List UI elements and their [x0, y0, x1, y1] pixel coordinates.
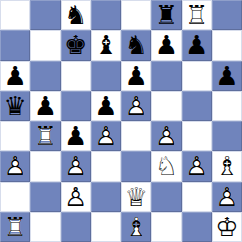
square-c6[interactable]: [61, 61, 91, 91]
square-b2[interactable]: [30, 182, 60, 212]
piece-white-pawn: ♟♙: [64, 184, 87, 210]
square-g8[interactable]: ♜♖: [182, 0, 212, 30]
square-a2[interactable]: [0, 182, 30, 212]
square-c5[interactable]: [61, 91, 91, 121]
chessboard-screenshot: ♞♜♜♖♚♝♞♟♟♟♟♟♛♟♟♟♙♜♖♟♟♙♟♙♟♙♟♙♞♘♟♙♝♗♟♙♛♕♟♙…: [0, 0, 242, 242]
square-a6[interactable]: ♟: [0, 61, 30, 91]
square-b8[interactable]: [30, 0, 60, 30]
square-h4[interactable]: [212, 121, 242, 151]
piece-white-pawn: ♟♙: [64, 153, 87, 179]
square-f3[interactable]: ♞♘: [151, 151, 181, 181]
square-h6[interactable]: ♟: [212, 61, 242, 91]
square-c2[interactable]: ♟♙: [61, 182, 91, 212]
chess-board: ♞♜♜♖♚♝♞♟♟♟♟♟♛♟♟♟♙♜♖♟♟♙♟♙♟♙♟♙♞♘♟♙♝♗♟♙♛♕♟♙…: [0, 0, 242, 242]
piece-white-pawn: ♟♙: [215, 184, 238, 210]
piece-white-rook: ♜♖: [34, 123, 57, 149]
piece-white-pawn: ♟♙: [185, 153, 208, 179]
square-a1[interactable]: ♜♖: [0, 212, 30, 242]
piece-white-rook: ♜♖: [3, 214, 26, 240]
square-a7[interactable]: [0, 30, 30, 60]
square-h7[interactable]: [212, 30, 242, 60]
square-c1[interactable]: [61, 212, 91, 242]
square-e6[interactable]: ♟: [121, 61, 151, 91]
piece-black-pawn: ♟: [155, 32, 178, 58]
square-d1[interactable]: [91, 212, 121, 242]
square-a5[interactable]: ♛: [0, 91, 30, 121]
piece-black-pawn: ♟: [3, 63, 26, 89]
square-g6[interactable]: [182, 61, 212, 91]
piece-white-pawn: ♟♙: [124, 93, 147, 119]
square-e8[interactable]: [121, 0, 151, 30]
piece-black-pawn: ♟: [215, 63, 238, 89]
square-f8[interactable]: ♜: [151, 0, 181, 30]
square-f7[interactable]: ♟: [151, 30, 181, 60]
square-e3[interactable]: [121, 151, 151, 181]
square-g3[interactable]: ♟♙: [182, 151, 212, 181]
piece-white-knight: ♞♘: [155, 153, 178, 179]
piece-black-pawn: ♟: [124, 63, 147, 89]
square-a8[interactable]: [0, 0, 30, 30]
square-d2[interactable]: [91, 182, 121, 212]
piece-white-pawn: ♟♙: [155, 123, 178, 149]
square-f6[interactable]: [151, 61, 181, 91]
piece-black-rook: ♜: [155, 2, 178, 28]
piece-black-pawn: ♟: [94, 93, 117, 119]
piece-black-knight: ♞: [64, 2, 87, 28]
piece-white-rook: ♜♖: [185, 2, 208, 28]
square-h5[interactable]: [212, 91, 242, 121]
piece-white-bishop: ♝♗: [124, 214, 147, 240]
square-c8[interactable]: ♞: [61, 0, 91, 30]
square-c4[interactable]: ♟: [61, 121, 91, 151]
square-f1[interactable]: [151, 212, 181, 242]
square-h3[interactable]: ♝♗: [212, 151, 242, 181]
square-f4[interactable]: ♟♙: [151, 121, 181, 151]
square-f5[interactable]: [151, 91, 181, 121]
piece-black-pawn: ♟: [185, 32, 208, 58]
square-h2[interactable]: ♟♙: [212, 182, 242, 212]
piece-white-pawn: ♟♙: [3, 153, 26, 179]
square-g2[interactable]: [182, 182, 212, 212]
square-e5[interactable]: ♟♙: [121, 91, 151, 121]
piece-black-bishop: ♝: [94, 32, 117, 58]
piece-white-king: ♚♔: [215, 214, 238, 240]
square-a4[interactable]: [0, 121, 30, 151]
piece-black-king: ♚: [64, 32, 87, 58]
square-e7[interactable]: ♞: [121, 30, 151, 60]
square-g5[interactable]: [182, 91, 212, 121]
square-e2[interactable]: ♛♕: [121, 182, 151, 212]
piece-black-knight: ♞: [124, 32, 147, 58]
square-e1[interactable]: ♝♗: [121, 212, 151, 242]
square-d5[interactable]: ♟: [91, 91, 121, 121]
square-g7[interactable]: ♟: [182, 30, 212, 60]
square-b7[interactable]: [30, 30, 60, 60]
piece-black-pawn: ♟: [34, 93, 57, 119]
square-d8[interactable]: [91, 0, 121, 30]
square-a3[interactable]: ♟♙: [0, 151, 30, 181]
piece-white-bishop: ♝♗: [215, 153, 238, 179]
square-b5[interactable]: ♟: [30, 91, 60, 121]
square-d7[interactable]: ♝: [91, 30, 121, 60]
square-b1[interactable]: [30, 212, 60, 242]
square-g4[interactable]: [182, 121, 212, 151]
square-b3[interactable]: [30, 151, 60, 181]
square-c3[interactable]: ♟♙: [61, 151, 91, 181]
square-h1[interactable]: ♚♔: [212, 212, 242, 242]
square-g1[interactable]: [182, 212, 212, 242]
piece-black-queen: ♛: [3, 93, 26, 119]
square-b4[interactable]: ♜♖: [30, 121, 60, 151]
square-e4[interactable]: [121, 121, 151, 151]
square-f2[interactable]: [151, 182, 181, 212]
square-h8[interactable]: [212, 0, 242, 30]
square-c7[interactable]: ♚: [61, 30, 91, 60]
square-d6[interactable]: [91, 61, 121, 91]
square-d4[interactable]: ♟♙: [91, 121, 121, 151]
piece-white-queen: ♛♕: [124, 184, 147, 210]
piece-black-pawn: ♟: [64, 123, 87, 149]
square-b6[interactable]: [30, 61, 60, 91]
square-d3[interactable]: [91, 151, 121, 181]
piece-white-pawn: ♟♙: [94, 123, 117, 149]
